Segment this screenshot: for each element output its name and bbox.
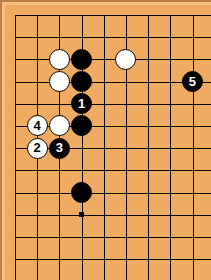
- move-number-label: 4: [34, 119, 41, 132]
- stone-black-C13: 3: [49, 138, 70, 159]
- stone-white-B13: 2: [27, 138, 48, 159]
- stone-white-C17: [49, 49, 70, 70]
- move-number-label: 1: [78, 97, 85, 110]
- stone-white-B14: 4: [27, 115, 48, 136]
- stone-black-D11: [71, 182, 92, 203]
- stone-black-D16: [71, 71, 92, 92]
- stone-white-C14: [49, 115, 70, 136]
- move-number-label: 5: [189, 75, 196, 88]
- move-number-label: 3: [56, 141, 63, 154]
- go-board-diagram: 51423: [0, 0, 211, 280]
- stone-white-C16: [49, 71, 70, 92]
- move-number-label: 2: [34, 141, 41, 154]
- stone-black-D14: [71, 115, 92, 136]
- star-point-D10: [79, 212, 84, 217]
- stone-black-D15: 1: [71, 93, 92, 114]
- stone-black-D17: [71, 49, 92, 70]
- stone-white-F17: [115, 49, 136, 70]
- board-grid: 51423: [4, 4, 204, 270]
- stone-black-J16: 5: [182, 71, 203, 92]
